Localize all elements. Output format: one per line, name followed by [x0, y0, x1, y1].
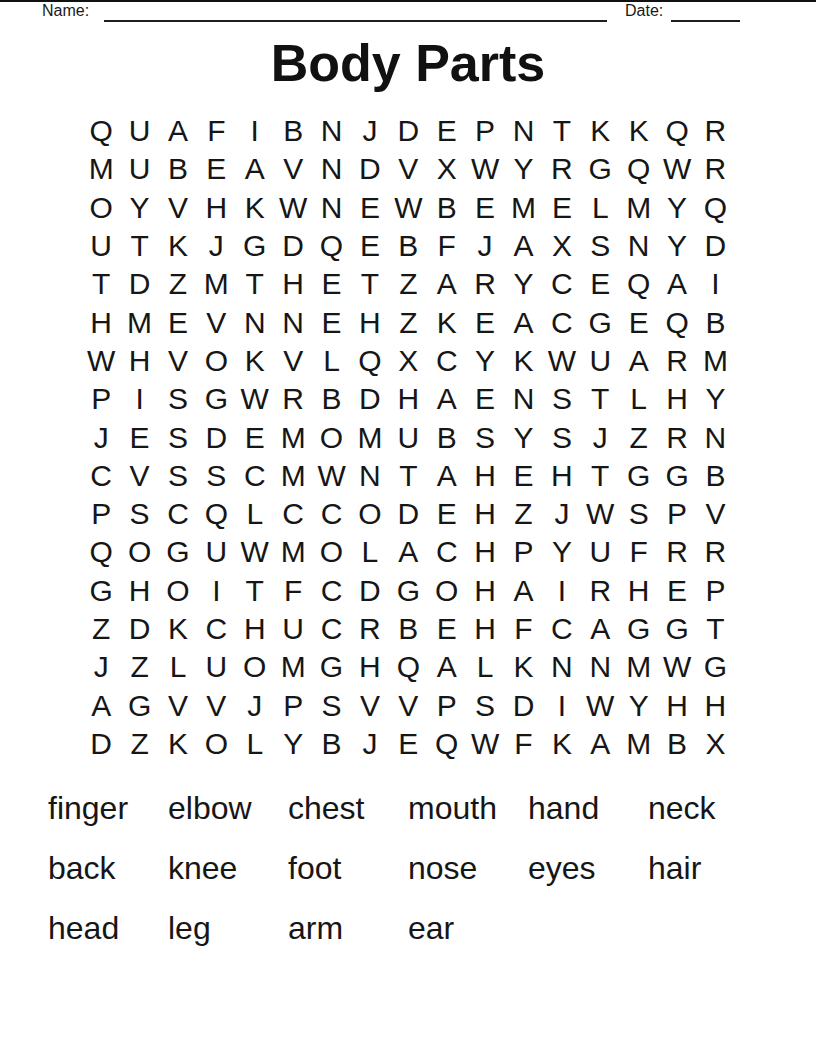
- grid-cell-r6c17: B: [696, 303, 734, 341]
- grid-cell-r11c10: E: [428, 495, 466, 533]
- grid-cell-r10c1: C: [82, 457, 120, 495]
- grid-cell-r8c1: P: [82, 380, 120, 418]
- grid-cell-r11c6: C: [274, 495, 312, 533]
- grid-cell-r16c17: H: [696, 686, 734, 724]
- grid-cell-r7c15: A: [619, 342, 657, 380]
- grid-cell-r10c10: A: [428, 457, 466, 495]
- grid-cell-r17c4: O: [197, 725, 235, 763]
- grid-cell-r7c16: R: [658, 342, 696, 380]
- grid-cell-r2c9: V: [389, 150, 427, 188]
- grid-cell-r12c17: R: [696, 533, 734, 571]
- grid-cell-r9c2: E: [120, 418, 158, 456]
- grid-cell-r6c3: E: [159, 303, 197, 341]
- grid-cell-r8c13: S: [543, 380, 581, 418]
- grid-cell-r10c7: W: [312, 457, 350, 495]
- grid-cell-r10c3: S: [159, 457, 197, 495]
- grid-cell-r5c13: C: [543, 265, 581, 303]
- grid-cell-r5c10: A: [428, 265, 466, 303]
- grid-cell-r15c13: N: [543, 648, 581, 686]
- grid-cell-r15c5: O: [236, 648, 274, 686]
- grid-cell-r2c1: M: [82, 150, 120, 188]
- grid-cell-r12c8: L: [351, 533, 389, 571]
- grid-cell-r5c4: M: [197, 265, 235, 303]
- grid-cell-r16c1: A: [82, 686, 120, 724]
- grid-cell-r10c2: V: [120, 457, 158, 495]
- grid-cell-r14c2: D: [120, 610, 158, 648]
- worksheet-page: Name: Date: Body Parts QUAFIBNJDEPNTKKQR…: [0, 0, 816, 1056]
- grid-cell-r13c17: P: [696, 572, 734, 610]
- grid-cell-r4c14: S: [581, 227, 619, 265]
- grid-cell-r4c12: A: [504, 227, 542, 265]
- grid-cell-r11c12: Z: [504, 495, 542, 533]
- grid-cell-r7c10: C: [428, 342, 466, 380]
- grid-cell-r9c5: E: [236, 418, 274, 456]
- grid-cell-r15c8: H: [351, 648, 389, 686]
- grid-cell-r9c10: B: [428, 418, 466, 456]
- grid-cell-r12c13: Y: [543, 533, 581, 571]
- grid-cell-r15c7: G: [312, 648, 350, 686]
- grid-cell-r11c5: L: [236, 495, 274, 533]
- grid-cell-r1c14: K: [581, 112, 619, 150]
- grid-cell-r16c13: I: [543, 686, 581, 724]
- grid-cell-r7c14: U: [581, 342, 619, 380]
- grid-cell-r8c4: G: [197, 380, 235, 418]
- grid-cell-r14c5: H: [236, 610, 274, 648]
- grid-cell-r8c7: B: [312, 380, 350, 418]
- grid-cell-r4c1: U: [82, 227, 120, 265]
- grid-cell-r3c12: M: [504, 189, 542, 227]
- puzzle-title: Body Parts: [0, 33, 816, 93]
- grid-cell-r16c14: W: [581, 686, 619, 724]
- grid-cell-r1c6: B: [274, 112, 312, 150]
- grid-cell-r14c17: T: [696, 610, 734, 648]
- grid-cell-r6c7: E: [312, 303, 350, 341]
- grid-cell-r8c3: S: [159, 380, 197, 418]
- grid-cell-r8c17: Y: [696, 380, 734, 418]
- grid-cell-r13c13: I: [543, 572, 581, 610]
- grid-cell-r9c7: O: [312, 418, 350, 456]
- grid-cell-r2c11: W: [466, 150, 504, 188]
- grid-cell-r6c15: E: [619, 303, 657, 341]
- grid-cell-r12c11: H: [466, 533, 504, 571]
- grid-cell-r5c9: Z: [389, 265, 427, 303]
- grid-cell-r14c12: F: [504, 610, 542, 648]
- grid-cell-r13c6: F: [274, 572, 312, 610]
- grid-cell-r1c3: A: [159, 112, 197, 150]
- grid-cell-r14c8: R: [351, 610, 389, 648]
- grid-cell-r3c4: H: [197, 189, 235, 227]
- word-ear: ear: [408, 898, 528, 958]
- grid-cell-r2c3: B: [159, 150, 197, 188]
- grid-cell-r11c11: H: [466, 495, 504, 533]
- grid-cell-r5c12: Y: [504, 265, 542, 303]
- word-leg: leg: [168, 898, 288, 958]
- grid-cell-r17c6: Y: [274, 725, 312, 763]
- grid-cell-r1c2: U: [120, 112, 158, 150]
- grid-cell-r1c5: I: [236, 112, 274, 150]
- date-fill-line: [671, 20, 740, 22]
- grid-cell-r6c2: M: [120, 303, 158, 341]
- grid-cell-r4c2: T: [120, 227, 158, 265]
- grid-cell-r7c13: W: [543, 342, 581, 380]
- grid-cell-r8c9: H: [389, 380, 427, 418]
- grid-cell-r7c12: K: [504, 342, 542, 380]
- grid-cell-r13c2: H: [120, 572, 158, 610]
- grid-cell-r3c2: Y: [120, 189, 158, 227]
- grid-cell-r1c8: J: [351, 112, 389, 150]
- grid-cell-r5c7: E: [312, 265, 350, 303]
- grid-cell-r6c1: H: [82, 303, 120, 341]
- grid-cell-r15c11: L: [466, 648, 504, 686]
- grid-cell-r16c8: V: [351, 686, 389, 724]
- grid-cell-r16c9: V: [389, 686, 427, 724]
- grid-cell-r2c5: A: [236, 150, 274, 188]
- grid-cell-r11c1: P: [82, 495, 120, 533]
- grid-cell-r16c16: H: [658, 686, 696, 724]
- grid-cell-r17c3: K: [159, 725, 197, 763]
- grid-cell-r17c1: D: [82, 725, 120, 763]
- word-bank: fingerelbowchestmouthhandneckbackkneefoo…: [48, 778, 768, 958]
- grid-cell-r6c8: H: [351, 303, 389, 341]
- word-head: head: [48, 898, 168, 958]
- grid-cell-r5c5: T: [236, 265, 274, 303]
- grid-cell-r8c11: E: [466, 380, 504, 418]
- grid-cell-r8c10: A: [428, 380, 466, 418]
- grid-cell-r8c5: W: [236, 380, 274, 418]
- grid-cell-r9c14: J: [581, 418, 619, 456]
- grid-cell-r17c8: J: [351, 725, 389, 763]
- grid-cell-r12c9: A: [389, 533, 427, 571]
- word-chest: chest: [288, 778, 408, 838]
- grid-cell-r12c16: R: [658, 533, 696, 571]
- grid-cell-r11c16: P: [658, 495, 696, 533]
- date-label: Date:: [625, 1, 663, 21]
- grid-cell-r12c6: M: [274, 533, 312, 571]
- grid-cell-r12c1: Q: [82, 533, 120, 571]
- grid-cell-r6c11: E: [466, 303, 504, 341]
- grid-cell-r3c7: N: [312, 189, 350, 227]
- grid-cell-r15c2: Z: [120, 648, 158, 686]
- grid-cell-r9c17: N: [696, 418, 734, 456]
- grid-cell-r10c13: H: [543, 457, 581, 495]
- grid-cell-r14c14: A: [581, 610, 619, 648]
- grid-cell-r5c15: Q: [619, 265, 657, 303]
- grid-cell-r17c10: Q: [428, 725, 466, 763]
- grid-cell-r14c10: E: [428, 610, 466, 648]
- grid-cell-r3c11: E: [466, 189, 504, 227]
- grid-cell-r7c11: Y: [466, 342, 504, 380]
- grid-cell-r3c15: M: [619, 189, 657, 227]
- grid-cell-r11c9: D: [389, 495, 427, 533]
- word-finger: finger: [48, 778, 168, 838]
- grid-cell-r4c9: B: [389, 227, 427, 265]
- grid-cell-r17c11: W: [466, 725, 504, 763]
- grid-cell-r11c8: O: [351, 495, 389, 533]
- grid-cell-r2c10: X: [428, 150, 466, 188]
- grid-cell-r14c4: C: [197, 610, 235, 648]
- grid-cell-r9c13: S: [543, 418, 581, 456]
- grid-cell-r13c8: D: [351, 572, 389, 610]
- grid-cell-r1c12: N: [504, 112, 542, 150]
- grid-cell-r9c4: D: [197, 418, 235, 456]
- grid-cell-r16c5: J: [236, 686, 274, 724]
- grid-cell-r3c16: Y: [658, 189, 696, 227]
- grid-cell-r11c3: C: [159, 495, 197, 533]
- grid-cell-r11c13: J: [543, 495, 581, 533]
- grid-cell-r12c4: U: [197, 533, 235, 571]
- grid-cell-r14c3: K: [159, 610, 197, 648]
- grid-cell-r6c14: G: [581, 303, 619, 341]
- grid-cell-r5c2: D: [120, 265, 158, 303]
- grid-cell-r7c1: W: [82, 342, 120, 380]
- grid-cell-r13c9: G: [389, 572, 427, 610]
- grid-cell-r7c6: V: [274, 342, 312, 380]
- grid-cell-r10c9: T: [389, 457, 427, 495]
- grid-cell-r11c17: V: [696, 495, 734, 533]
- grid-cell-r1c1: Q: [82, 112, 120, 150]
- grid-cell-r7c2: H: [120, 342, 158, 380]
- grid-cell-r2c15: Q: [619, 150, 657, 188]
- grid-cell-r3c5: K: [236, 189, 274, 227]
- grid-cell-r7c8: Q: [351, 342, 389, 380]
- grid-cell-r11c2: S: [120, 495, 158, 533]
- grid-cell-r4c6: D: [274, 227, 312, 265]
- grid-cell-r9c3: S: [159, 418, 197, 456]
- grid-cell-r12c15: F: [619, 533, 657, 571]
- grid-cell-r1c15: K: [619, 112, 657, 150]
- grid-cell-r1c16: Q: [658, 112, 696, 150]
- grid-cell-r12c7: O: [312, 533, 350, 571]
- grid-cell-r4c15: N: [619, 227, 657, 265]
- grid-cell-r4c13: X: [543, 227, 581, 265]
- grid-cell-r12c3: G: [159, 533, 197, 571]
- grid-cell-r3c10: B: [428, 189, 466, 227]
- grid-cell-r3c8: E: [351, 189, 389, 227]
- grid-cell-r7c4: O: [197, 342, 235, 380]
- grid-cell-r5c6: H: [274, 265, 312, 303]
- top-border-line: [0, 0, 816, 2]
- grid-cell-r14c13: C: [543, 610, 581, 648]
- grid-cell-r8c14: T: [581, 380, 619, 418]
- grid-cell-r12c10: C: [428, 533, 466, 571]
- grid-cell-r16c4: V: [197, 686, 235, 724]
- grid-cell-r13c7: C: [312, 572, 350, 610]
- grid-cell-r17c9: E: [389, 725, 427, 763]
- grid-cell-r7c17: M: [696, 342, 734, 380]
- grid-cell-r13c16: E: [658, 572, 696, 610]
- grid-cell-r8c16: H: [658, 380, 696, 418]
- grid-cell-r16c15: Y: [619, 686, 657, 724]
- grid-cell-r17c16: B: [658, 725, 696, 763]
- word-mouth: mouth: [408, 778, 528, 838]
- grid-cell-r7c3: V: [159, 342, 197, 380]
- grid-cell-r16c7: S: [312, 686, 350, 724]
- grid-cell-r13c4: I: [197, 572, 235, 610]
- word-hair: hair: [648, 838, 768, 898]
- grid-cell-r17c13: K: [543, 725, 581, 763]
- word-knee: knee: [168, 838, 288, 898]
- grid-cell-r6c12: A: [504, 303, 542, 341]
- grid-cell-r2c13: R: [543, 150, 581, 188]
- grid-cell-r15c14: N: [581, 648, 619, 686]
- grid-cell-r3c6: W: [274, 189, 312, 227]
- grid-cell-r10c6: M: [274, 457, 312, 495]
- grid-cell-r1c11: P: [466, 112, 504, 150]
- grid-cell-r12c12: P: [504, 533, 542, 571]
- word-back: back: [48, 838, 168, 898]
- grid-cell-r2c6: V: [274, 150, 312, 188]
- grid-cell-r17c2: Z: [120, 725, 158, 763]
- grid-cell-r14c7: C: [312, 610, 350, 648]
- grid-cell-r16c10: P: [428, 686, 466, 724]
- grid-cell-r13c11: H: [466, 572, 504, 610]
- grid-cell-r2c4: E: [197, 150, 235, 188]
- grid-cell-r5c16: A: [658, 265, 696, 303]
- grid-cell-r8c8: D: [351, 380, 389, 418]
- grid-cell-r17c15: M: [619, 725, 657, 763]
- word-arm: arm: [288, 898, 408, 958]
- grid-cell-r9c11: S: [466, 418, 504, 456]
- grid-cell-r14c9: B: [389, 610, 427, 648]
- grid-cell-r8c15: L: [619, 380, 657, 418]
- word-foot: foot: [288, 838, 408, 898]
- name-fill-line: [104, 20, 607, 22]
- word-elbow: elbow: [168, 778, 288, 838]
- grid-cell-r7c9: X: [389, 342, 427, 380]
- grid-cell-r13c14: R: [581, 572, 619, 610]
- grid-cell-r17c14: A: [581, 725, 619, 763]
- grid-cell-r6c5: N: [236, 303, 274, 341]
- grid-cell-r11c15: S: [619, 495, 657, 533]
- grid-cell-r9c12: Y: [504, 418, 542, 456]
- grid-cell-r2c17: R: [696, 150, 734, 188]
- grid-cell-r3c1: O: [82, 189, 120, 227]
- grid-cell-r4c10: F: [428, 227, 466, 265]
- grid-cell-r13c15: H: [619, 572, 657, 610]
- grid-cell-r1c9: D: [389, 112, 427, 150]
- grid-cell-r6c6: N: [274, 303, 312, 341]
- grid-cell-r14c16: G: [658, 610, 696, 648]
- grid-cell-r10c12: E: [504, 457, 542, 495]
- grid-cell-r16c6: P: [274, 686, 312, 724]
- grid-cell-r4c11: J: [466, 227, 504, 265]
- grid-cell-r13c3: O: [159, 572, 197, 610]
- grid-cell-r15c16: W: [658, 648, 696, 686]
- grid-cell-r10c11: H: [466, 457, 504, 495]
- grid-cell-r2c14: G: [581, 150, 619, 188]
- grid-cell-r15c10: A: [428, 648, 466, 686]
- grid-cell-r9c9: U: [389, 418, 427, 456]
- grid-cell-r4c17: D: [696, 227, 734, 265]
- grid-cell-r3c13: E: [543, 189, 581, 227]
- grid-cell-r11c14: W: [581, 495, 619, 533]
- grid-cell-r16c2: G: [120, 686, 158, 724]
- grid-cell-r1c10: E: [428, 112, 466, 150]
- grid-cell-r9c15: Z: [619, 418, 657, 456]
- grid-cell-r8c6: R: [274, 380, 312, 418]
- grid-cell-r14c6: U: [274, 610, 312, 648]
- grid-cell-r1c17: R: [696, 112, 734, 150]
- grid-cell-r15c3: L: [159, 648, 197, 686]
- grid-cell-r2c16: W: [658, 150, 696, 188]
- grid-cell-r5c11: R: [466, 265, 504, 303]
- grid-cell-r5c17: I: [696, 265, 734, 303]
- grid-cell-r2c7: N: [312, 150, 350, 188]
- grid-cell-r5c8: T: [351, 265, 389, 303]
- grid-cell-r15c17: G: [696, 648, 734, 686]
- grid-cell-r6c10: K: [428, 303, 466, 341]
- grid-cell-r1c13: T: [543, 112, 581, 150]
- grid-cell-r17c5: L: [236, 725, 274, 763]
- word-nose: nose: [408, 838, 528, 898]
- grid-cell-r11c7: C: [312, 495, 350, 533]
- grid-cell-r15c15: M: [619, 648, 657, 686]
- grid-cell-r2c8: D: [351, 150, 389, 188]
- grid-cell-r9c16: R: [658, 418, 696, 456]
- name-label: Name:: [42, 1, 89, 21]
- grid-cell-r11c4: Q: [197, 495, 235, 533]
- grid-cell-r7c5: K: [236, 342, 274, 380]
- grid-cell-r12c14: U: [581, 533, 619, 571]
- grid-cell-r10c14: T: [581, 457, 619, 495]
- grid-cell-r4c7: Q: [312, 227, 350, 265]
- grid-cell-r15c9: Q: [389, 648, 427, 686]
- grid-cell-r3c9: W: [389, 189, 427, 227]
- grid-cell-r3c17: Q: [696, 189, 734, 227]
- word-search-grid: QUAFIBNJDEPNTKKQRMUBEAVNDVXWYRGQWROYVHKW…: [82, 112, 735, 763]
- grid-cell-r9c1: J: [82, 418, 120, 456]
- grid-cell-r8c2: I: [120, 380, 158, 418]
- grid-cell-r8c12: N: [504, 380, 542, 418]
- grid-cell-r17c17: X: [696, 725, 734, 763]
- grid-cell-r10c5: C: [236, 457, 274, 495]
- grid-cell-r14c11: H: [466, 610, 504, 648]
- word-eyes: eyes: [528, 838, 648, 898]
- grid-cell-r12c5: W: [236, 533, 274, 571]
- grid-cell-r5c3: Z: [159, 265, 197, 303]
- grid-cell-r16c12: D: [504, 686, 542, 724]
- grid-cell-r15c6: M: [274, 648, 312, 686]
- grid-cell-r17c7: B: [312, 725, 350, 763]
- grid-cell-r1c4: F: [197, 112, 235, 150]
- grid-cell-r13c1: G: [82, 572, 120, 610]
- grid-cell-r5c1: T: [82, 265, 120, 303]
- grid-cell-r14c15: G: [619, 610, 657, 648]
- grid-cell-r15c4: U: [197, 648, 235, 686]
- grid-cell-r4c4: J: [197, 227, 235, 265]
- grid-cell-r13c12: A: [504, 572, 542, 610]
- grid-cell-r6c4: V: [197, 303, 235, 341]
- grid-cell-r9c8: M: [351, 418, 389, 456]
- grid-cell-r3c14: L: [581, 189, 619, 227]
- grid-cell-r10c17: B: [696, 457, 734, 495]
- grid-cell-r1c7: N: [312, 112, 350, 150]
- word-hand: hand: [528, 778, 648, 838]
- grid-cell-r12c2: O: [120, 533, 158, 571]
- grid-cell-r5c14: E: [581, 265, 619, 303]
- grid-cell-r4c5: G: [236, 227, 274, 265]
- grid-cell-r4c3: K: [159, 227, 197, 265]
- grid-cell-r6c16: Q: [658, 303, 696, 341]
- grid-cell-r10c8: N: [351, 457, 389, 495]
- grid-cell-r16c3: V: [159, 686, 197, 724]
- grid-cell-r15c1: J: [82, 648, 120, 686]
- grid-cell-r10c4: S: [197, 457, 235, 495]
- grid-cell-r2c2: U: [120, 150, 158, 188]
- grid-cell-r17c12: F: [504, 725, 542, 763]
- grid-cell-r16c11: S: [466, 686, 504, 724]
- grid-cell-r2c12: Y: [504, 150, 542, 188]
